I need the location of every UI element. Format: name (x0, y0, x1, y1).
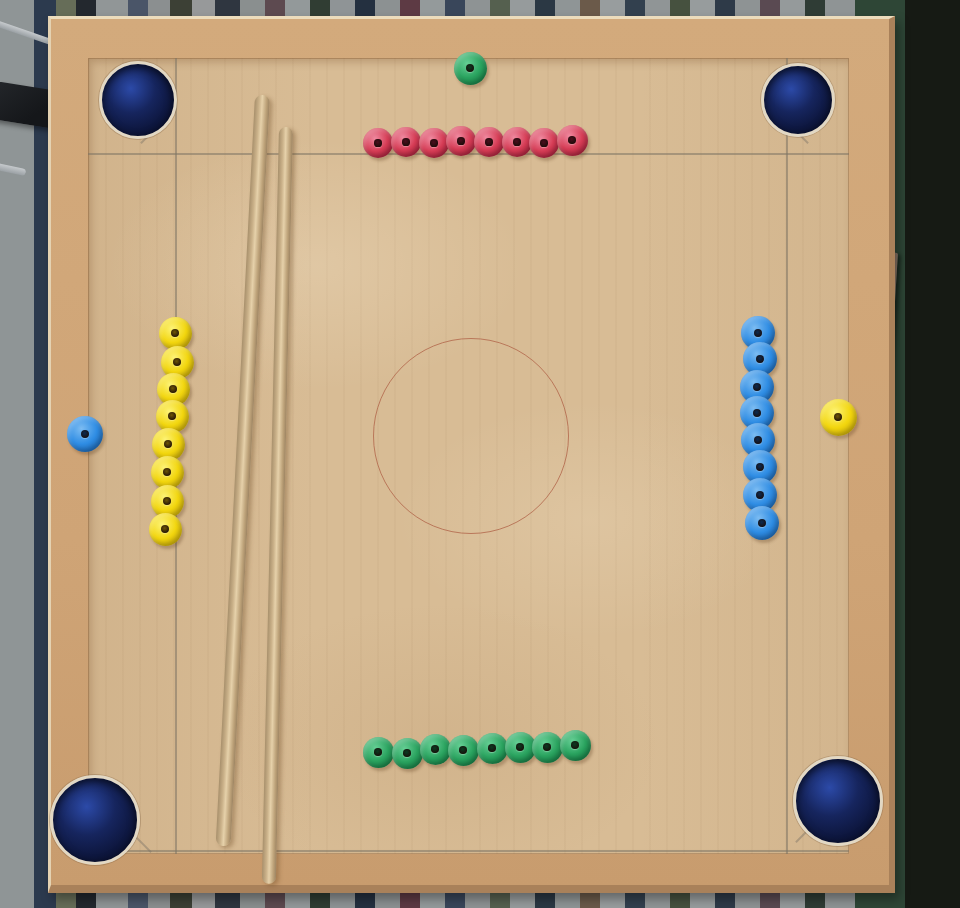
yellow-disc[interactable] (151, 456, 184, 489)
green-disc[interactable] (532, 732, 563, 763)
blue-disc[interactable] (745, 506, 779, 540)
cable (0, 163, 26, 176)
pocket-bottom-right (793, 756, 883, 846)
red-disc[interactable] (419, 128, 449, 158)
pocket-top-right (761, 63, 835, 137)
boundary-line-bottom (88, 850, 849, 852)
pocket-bottom-left (50, 775, 140, 865)
yellow-disc[interactable] (820, 399, 857, 436)
green-disc[interactable] (454, 52, 487, 85)
green-disc[interactable] (505, 732, 536, 763)
green-disc[interactable] (560, 730, 591, 761)
green-disc[interactable] (363, 737, 394, 768)
green-disc[interactable] (420, 734, 451, 765)
yellow-disc[interactable] (159, 317, 192, 350)
green-disc[interactable] (477, 733, 508, 764)
red-disc[interactable] (446, 126, 476, 156)
boundary-line-right (786, 58, 788, 854)
center-circle (373, 338, 569, 534)
red-disc[interactable] (529, 128, 559, 158)
red-disc[interactable] (391, 127, 421, 157)
green-disc[interactable] (448, 735, 479, 766)
pocket-top-left (99, 61, 177, 139)
room-rug (0, 0, 960, 908)
board-surface (88, 58, 849, 854)
red-disc[interactable] (363, 128, 393, 158)
red-disc[interactable] (474, 127, 504, 157)
red-disc[interactable] (502, 127, 532, 157)
yellow-disc[interactable] (149, 513, 182, 546)
red-disc[interactable] (557, 125, 588, 156)
green-disc[interactable] (392, 738, 423, 769)
blue-disc[interactable] (67, 416, 103, 452)
